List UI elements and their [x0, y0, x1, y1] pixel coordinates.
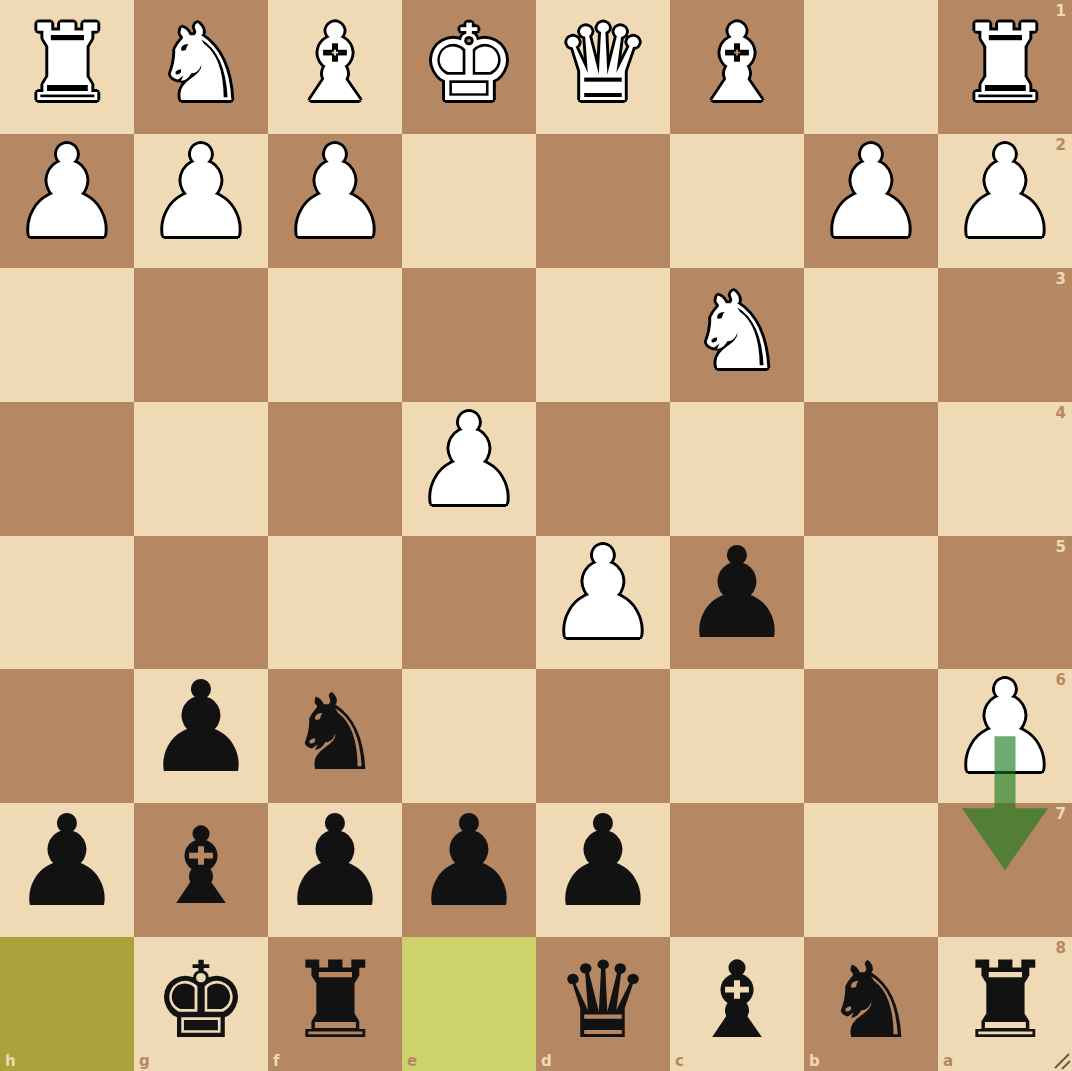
- square-h1[interactable]: ♜: [0, 0, 134, 134]
- square-d8[interactable]: d♛: [536, 937, 670, 1071]
- square-h4[interactable]: [0, 402, 134, 536]
- chess-board: ♜♞♝♚♛♝1♜♟♟♟♟2♟♞3♟4♟♟5♟♞6♟♟♝♟♟♟7hg♚f♜ed♛c…: [0, 0, 1072, 1071]
- square-e7[interactable]: ♟: [402, 803, 536, 937]
- square-d1[interactable]: ♛: [536, 0, 670, 134]
- file-label-e: e: [407, 1054, 417, 1069]
- square-a5[interactable]: 5: [938, 536, 1072, 670]
- square-e2[interactable]: [402, 134, 536, 268]
- square-g3[interactable]: [134, 268, 268, 402]
- square-b8[interactable]: b♞: [804, 937, 938, 1071]
- square-f8[interactable]: f♜: [268, 937, 402, 1071]
- white-queen[interactable]: ♛: [555, 11, 650, 117]
- rank-label-4: 4: [1056, 406, 1066, 421]
- square-f5[interactable]: [268, 536, 402, 670]
- file-label-f: f: [273, 1054, 280, 1069]
- square-g2[interactable]: ♟: [134, 134, 268, 268]
- rank-label-5: 5: [1056, 540, 1066, 555]
- file-label-h: h: [5, 1054, 16, 1069]
- white-rook[interactable]: ♜: [19, 11, 114, 117]
- rank-label-8: 8: [1056, 941, 1066, 956]
- square-h6[interactable]: [0, 669, 134, 803]
- square-c1[interactable]: ♝: [670, 0, 804, 134]
- white-pawn[interactable]: ♟: [949, 666, 1062, 792]
- square-g5[interactable]: [134, 536, 268, 670]
- black-pawn[interactable]: ♟: [681, 532, 794, 658]
- square-h2[interactable]: ♟: [0, 134, 134, 268]
- square-f6[interactable]: ♞: [268, 669, 402, 803]
- file-label-b: b: [809, 1054, 820, 1069]
- white-pawn[interactable]: ♟: [279, 130, 392, 256]
- square-b3[interactable]: [804, 268, 938, 402]
- square-h3[interactable]: [0, 268, 134, 402]
- black-rook[interactable]: ♜: [287, 948, 382, 1054]
- black-queen[interactable]: ♛: [555, 948, 650, 1054]
- black-king[interactable]: ♚: [153, 948, 248, 1054]
- square-d6[interactable]: [536, 669, 670, 803]
- square-e6[interactable]: [402, 669, 536, 803]
- square-g4[interactable]: [134, 402, 268, 536]
- chess-board-container: ♜♞♝♚♛♝1♜♟♟♟♟2♟♞3♟4♟♟5♟♞6♟♟♝♟♟♟7hg♚f♜ed♛c…: [0, 0, 1072, 1071]
- square-e5[interactable]: [402, 536, 536, 670]
- square-d2[interactable]: [536, 134, 670, 268]
- square-d5[interactable]: ♟: [536, 536, 670, 670]
- black-knight[interactable]: ♞: [287, 680, 382, 786]
- square-a3[interactable]: 3: [938, 268, 1072, 402]
- square-b2[interactable]: ♟: [804, 134, 938, 268]
- file-label-c: c: [675, 1054, 684, 1069]
- file-label-a: a: [943, 1054, 953, 1069]
- square-g8[interactable]: g♚: [134, 937, 268, 1071]
- square-e3[interactable]: [402, 268, 536, 402]
- file-label-d: d: [541, 1054, 552, 1069]
- white-pawn[interactable]: ♟: [413, 398, 526, 524]
- square-e1[interactable]: ♚: [402, 0, 536, 134]
- black-rook[interactable]: ♜: [957, 948, 1052, 1054]
- square-b6[interactable]: [804, 669, 938, 803]
- square-c6[interactable]: [670, 669, 804, 803]
- square-a1[interactable]: 1♜: [938, 0, 1072, 134]
- black-pawn[interactable]: ♟: [145, 666, 258, 792]
- square-d7[interactable]: ♟: [536, 803, 670, 937]
- file-label-g: g: [139, 1054, 150, 1069]
- square-h8[interactable]: h: [0, 937, 134, 1071]
- white-king[interactable]: ♚: [421, 11, 516, 117]
- square-c8[interactable]: c♝: [670, 937, 804, 1071]
- square-g1[interactable]: ♞: [134, 0, 268, 134]
- rank-label-3: 3: [1056, 272, 1066, 287]
- black-knight[interactable]: ♞: [823, 948, 918, 1054]
- square-f1[interactable]: ♝: [268, 0, 402, 134]
- square-f4[interactable]: [268, 402, 402, 536]
- black-bishop[interactable]: ♝: [689, 948, 784, 1054]
- square-b7[interactable]: [804, 803, 938, 937]
- white-pawn[interactable]: ♟: [815, 130, 928, 256]
- square-b5[interactable]: [804, 536, 938, 670]
- square-d3[interactable]: [536, 268, 670, 402]
- square-a7[interactable]: 7: [938, 803, 1072, 937]
- square-d4[interactable]: [536, 402, 670, 536]
- square-e4[interactable]: ♟: [402, 402, 536, 536]
- square-f3[interactable]: [268, 268, 402, 402]
- square-f2[interactable]: ♟: [268, 134, 402, 268]
- black-pawn[interactable]: ♟: [11, 800, 124, 926]
- square-a4[interactable]: 4: [938, 402, 1072, 536]
- square-g6[interactable]: ♟: [134, 669, 268, 803]
- square-c7[interactable]: [670, 803, 804, 937]
- square-c5[interactable]: ♟: [670, 536, 804, 670]
- white-pawn[interactable]: ♟: [949, 130, 1062, 256]
- square-f7[interactable]: ♟: [268, 803, 402, 937]
- black-pawn[interactable]: ♟: [547, 800, 660, 926]
- white-rook[interactable]: ♜: [957, 11, 1052, 117]
- rank-label-1: 1: [1056, 4, 1066, 19]
- square-a6[interactable]: 6♟: [938, 669, 1072, 803]
- square-c3[interactable]: ♞: [670, 268, 804, 402]
- square-e8[interactable]: e: [402, 937, 536, 1071]
- square-h5[interactable]: [0, 536, 134, 670]
- square-b4[interactable]: [804, 402, 938, 536]
- white-bishop[interactable]: ♝: [287, 11, 382, 117]
- square-g7[interactable]: ♝: [134, 803, 268, 937]
- square-a2[interactable]: 2♟: [938, 134, 1072, 268]
- white-knight[interactable]: ♞: [689, 279, 784, 385]
- white-pawn[interactable]: ♟: [547, 532, 660, 658]
- white-pawn[interactable]: ♟: [145, 130, 258, 256]
- white-bishop[interactable]: ♝: [689, 11, 784, 117]
- square-c4[interactable]: [670, 402, 804, 536]
- board-resize-handle-icon[interactable]: [1051, 1050, 1071, 1070]
- black-pawn[interactable]: ♟: [413, 800, 526, 926]
- square-b1[interactable]: [804, 0, 938, 134]
- black-pawn[interactable]: ♟: [279, 800, 392, 926]
- square-c2[interactable]: [670, 134, 804, 268]
- black-bishop[interactable]: ♝: [153, 814, 248, 920]
- white-knight[interactable]: ♞: [153, 11, 248, 117]
- rank-label-7: 7: [1056, 807, 1066, 822]
- white-pawn[interactable]: ♟: [11, 130, 124, 256]
- square-h7[interactable]: ♟: [0, 803, 134, 937]
